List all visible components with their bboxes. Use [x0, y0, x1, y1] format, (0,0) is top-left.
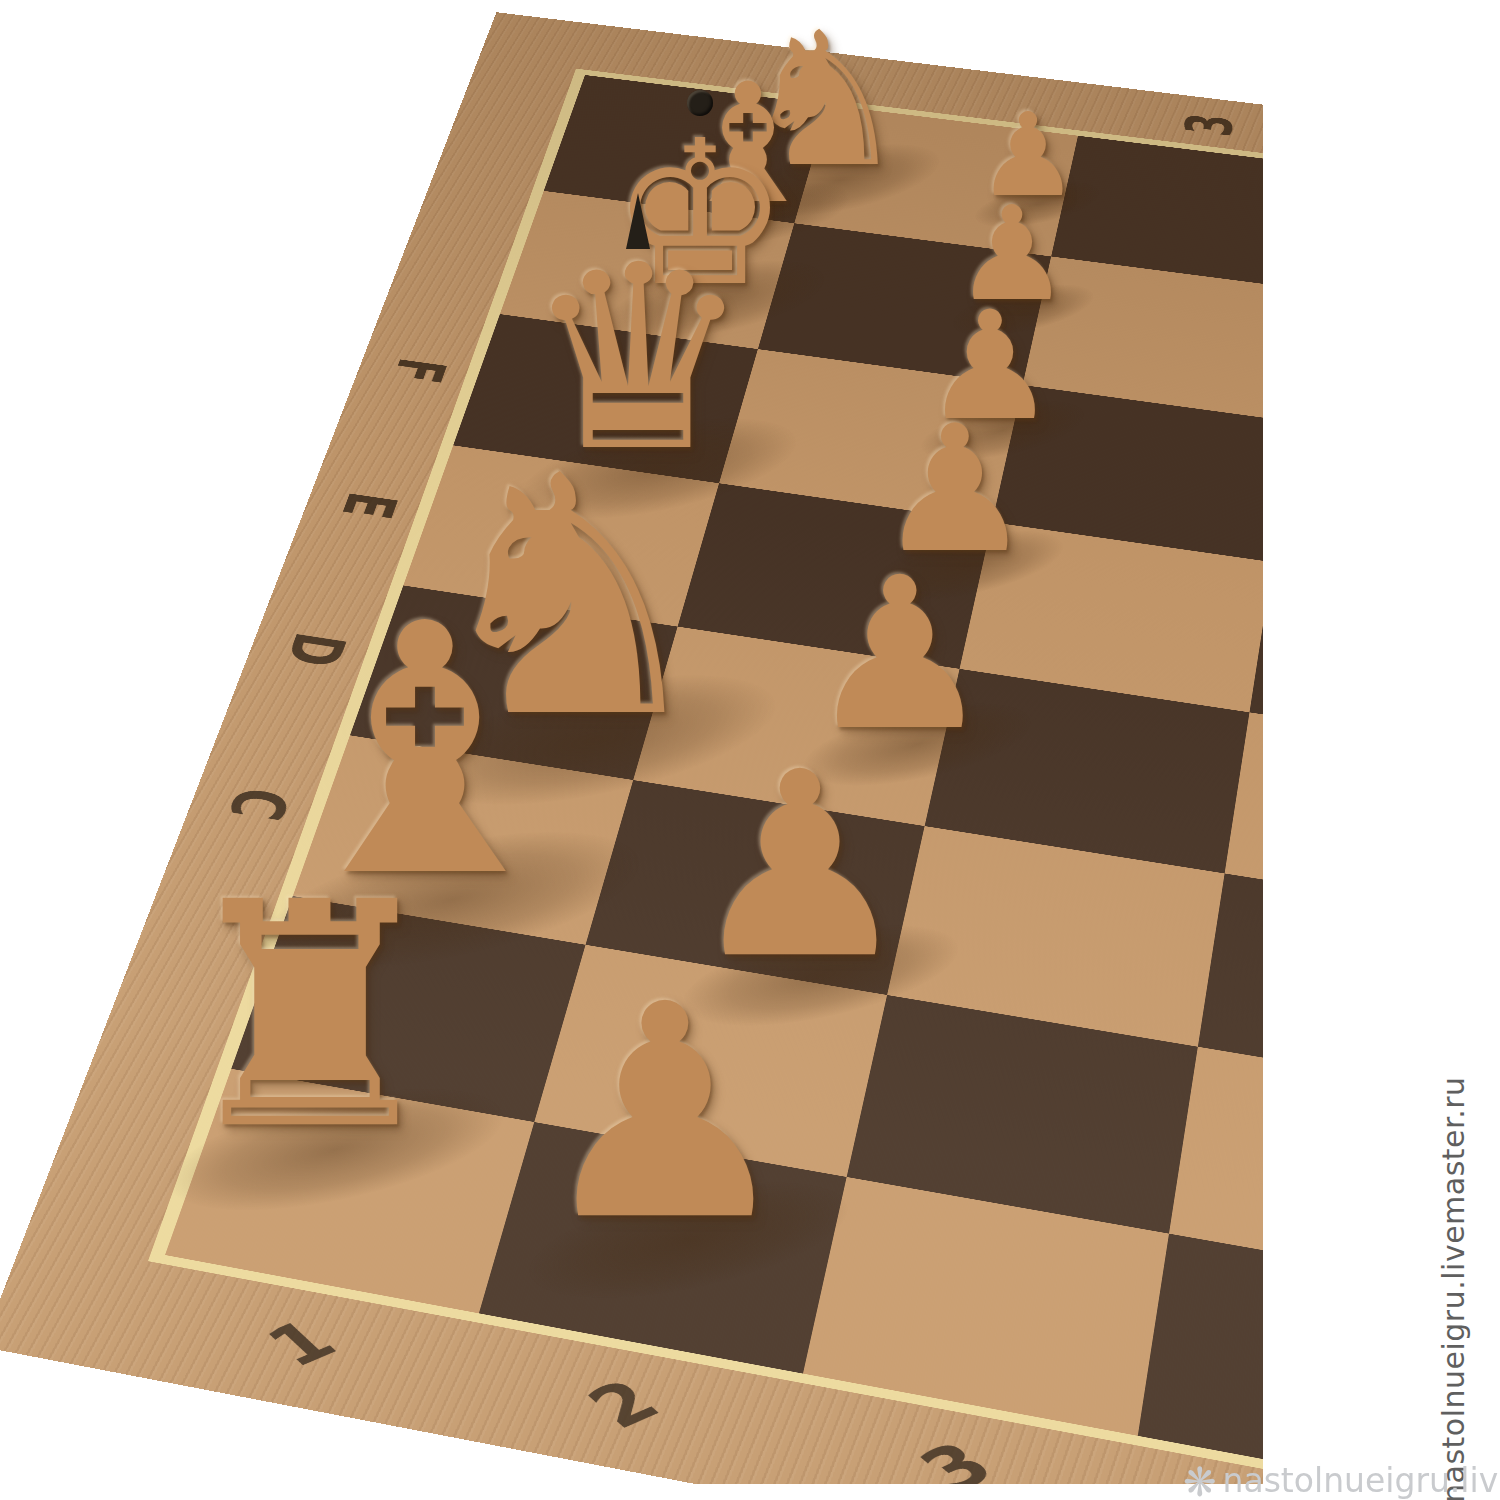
chess-board: CDEF12334: [0, 12, 1263, 1484]
file-label-d: D: [276, 629, 356, 670]
file-label-f: F: [383, 355, 456, 386]
watermark-horizontal-text: nastolnueigru.livemaster.ru: [1223, 1461, 1500, 1500]
rank-label-near-1: 1: [255, 1312, 348, 1376]
product-photo-canvas: CDEF12334 ♜♝♞♛♚♝♞♟♟♟♟♟♟♟ nastolnueigru.l…: [0, 0, 1500, 1500]
watermark-horizontal: ❋nastolnueigru.livemaster.ru: [1183, 1459, 1500, 1500]
file-label-e: E: [331, 489, 406, 522]
file-label-c: C: [217, 784, 298, 825]
rank-label-far-3: 3: [1177, 111, 1243, 138]
flower-icon: ❋: [1183, 1459, 1217, 1500]
watermark-vertical: nastolnueigru.livemaster.ru: [1436, 1076, 1471, 1500]
rank-label-near-3: 3: [907, 1434, 1008, 1484]
rank-label-near-2: 2: [576, 1372, 673, 1438]
board-squares: [165, 75, 1263, 1484]
photo-area: CDEF12334 ♜♝♞♛♚♝♞♟♟♟♟♟♟♟: [0, 0, 1263, 1484]
